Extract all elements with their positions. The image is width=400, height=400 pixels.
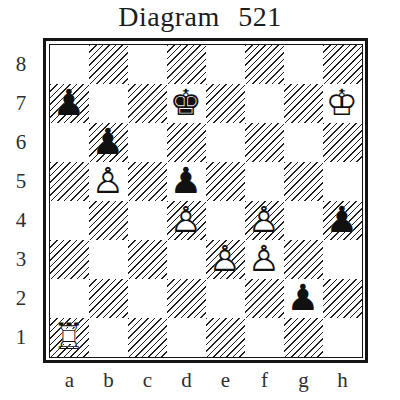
square-b6: ♟♟ (89, 123, 128, 162)
square-g8 (284, 45, 323, 84)
square-e6 (206, 123, 245, 162)
square-g7 (284, 84, 323, 123)
square-b7 (89, 84, 128, 123)
rank-label-4: 4 (8, 201, 34, 240)
rank-labels: 87654321 (8, 45, 34, 357)
square-c1 (128, 318, 167, 357)
file-label-g: g (284, 366, 323, 394)
white-rook-a1: ♖ (50, 318, 89, 357)
file-label-b: b (89, 366, 128, 394)
square-e4 (206, 201, 245, 240)
square-f7 (245, 84, 284, 123)
diagram-title: Diagram 521 (0, 1, 400, 33)
square-b3 (89, 240, 128, 279)
square-a6 (50, 123, 89, 162)
square-g5 (284, 162, 323, 201)
square-a3 (50, 240, 89, 279)
black-pawn-d5: ♟ (167, 162, 206, 201)
square-d8 (167, 45, 206, 84)
square-h3 (323, 240, 362, 279)
square-c2 (128, 279, 167, 318)
square-c3 (128, 240, 167, 279)
square-d7: ♚♚ (167, 84, 206, 123)
square-f8 (245, 45, 284, 84)
square-h8 (323, 45, 362, 84)
square-f1 (245, 318, 284, 357)
square-e2 (206, 279, 245, 318)
square-c5 (128, 162, 167, 201)
rank-label-6: 6 (8, 123, 34, 162)
chess-board: ♟♟♚♚♚♔♟♟♟♙♟♟♟♙♟♙♟♟♟♙♟♙♟♟♜♖ (49, 44, 363, 358)
white-pawn-b5: ♙ (89, 162, 128, 201)
square-h6 (323, 123, 362, 162)
square-h4: ♟♟ (323, 201, 362, 240)
square-f6 (245, 123, 284, 162)
white-pawn-e3: ♙ (206, 240, 245, 279)
rank-label-5: 5 (8, 162, 34, 201)
file-label-h: h (323, 366, 362, 394)
white-pawn-f3: ♙ (245, 240, 284, 279)
square-e7 (206, 84, 245, 123)
square-g1 (284, 318, 323, 357)
square-d6 (167, 123, 206, 162)
black-king-d7: ♚ (167, 84, 206, 123)
board-frame: ♟♟♚♚♚♔♟♟♟♙♟♟♟♙♟♙♟♟♟♙♟♙♟♟♜♖ (43, 38, 368, 363)
square-d5: ♟♟ (167, 162, 206, 201)
square-g4 (284, 201, 323, 240)
square-f3: ♟♙ (245, 240, 284, 279)
white-pawn-f4: ♙ (245, 201, 284, 240)
black-pawn-b6: ♟ (89, 123, 128, 162)
diagram-page: Diagram 521 87654321 ♟♟♚♚♚♔♟♟♟♙♟♟♟♙♟♙♟♟♟… (0, 0, 400, 400)
square-a2 (50, 279, 89, 318)
rank-label-7: 7 (8, 84, 34, 123)
rank-label-3: 3 (8, 240, 34, 279)
file-label-c: c (128, 366, 167, 394)
square-b2 (89, 279, 128, 318)
white-pawn-d4: ♙ (167, 201, 206, 240)
square-g3 (284, 240, 323, 279)
square-d4: ♟♙ (167, 201, 206, 240)
square-a8 (50, 45, 89, 84)
rank-label-1: 1 (8, 318, 34, 357)
square-b5: ♟♙ (89, 162, 128, 201)
file-label-e: e (206, 366, 245, 394)
square-a4 (50, 201, 89, 240)
square-b8 (89, 45, 128, 84)
square-h1 (323, 318, 362, 357)
square-b1 (89, 318, 128, 357)
square-b4 (89, 201, 128, 240)
black-pawn-a7: ♟ (50, 84, 89, 123)
square-a5 (50, 162, 89, 201)
square-e8 (206, 45, 245, 84)
square-c6 (128, 123, 167, 162)
file-label-a: a (50, 366, 89, 394)
square-h7: ♚♔ (323, 84, 362, 123)
black-pawn-h4: ♟ (323, 201, 362, 240)
rank-label-2: 2 (8, 279, 34, 318)
square-g2: ♟♟ (284, 279, 323, 318)
square-c8 (128, 45, 167, 84)
square-d2 (167, 279, 206, 318)
file-label-f: f (245, 366, 284, 394)
square-h5 (323, 162, 362, 201)
square-f4: ♟♙ (245, 201, 284, 240)
square-e5 (206, 162, 245, 201)
square-e1 (206, 318, 245, 357)
square-h2 (323, 279, 362, 318)
square-d1 (167, 318, 206, 357)
square-g6 (284, 123, 323, 162)
square-e3: ♟♙ (206, 240, 245, 279)
square-f5 (245, 162, 284, 201)
black-pawn-g2: ♟ (284, 279, 323, 318)
rank-label-8: 8 (8, 45, 34, 84)
file-labels: abcdefgh (50, 366, 362, 394)
square-c7 (128, 84, 167, 123)
square-f2 (245, 279, 284, 318)
square-a1: ♜♖ (50, 318, 89, 357)
square-c4 (128, 201, 167, 240)
file-label-d: d (167, 366, 206, 394)
square-d3 (167, 240, 206, 279)
square-a7: ♟♟ (50, 84, 89, 123)
white-king-h7: ♔ (323, 84, 362, 123)
